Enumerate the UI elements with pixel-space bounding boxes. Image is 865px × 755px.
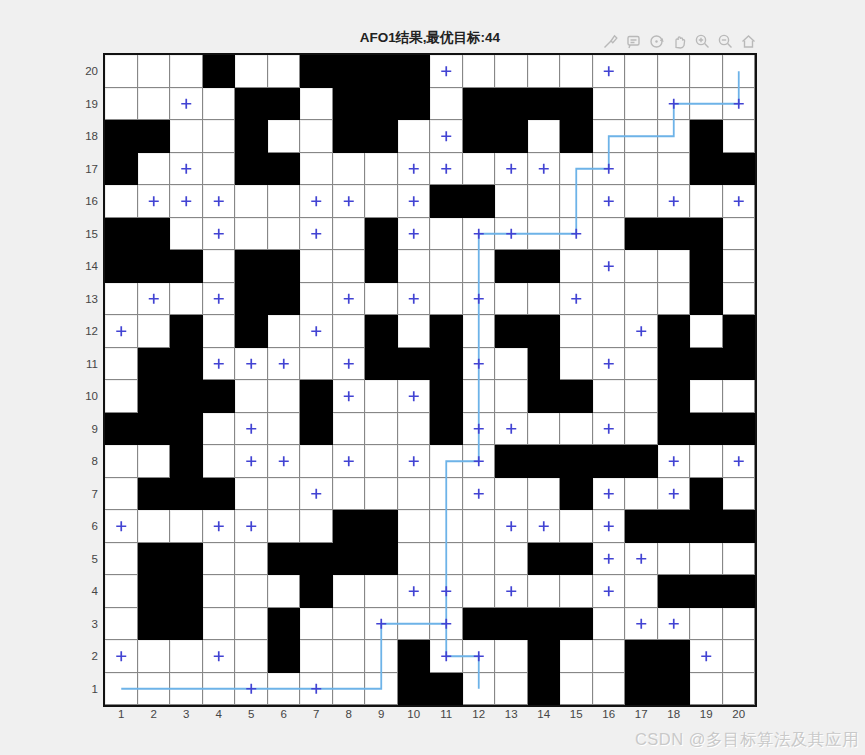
free-cell xyxy=(300,445,333,478)
free-cell xyxy=(658,283,691,316)
free-cell xyxy=(593,380,626,413)
free-cell xyxy=(138,283,171,316)
obstacle-cell xyxy=(463,88,496,121)
home-icon[interactable] xyxy=(739,32,757,50)
free-cell xyxy=(593,55,626,88)
obstacle-cell xyxy=(138,413,171,446)
y-tick-label: 3 xyxy=(52,608,98,641)
free-cell xyxy=(138,315,171,348)
free-cell xyxy=(593,218,626,251)
free-cell xyxy=(528,153,561,186)
free-cell xyxy=(203,250,236,283)
obstacle-cell xyxy=(528,445,561,478)
y-tick-label: 15 xyxy=(52,218,98,251)
free-cell xyxy=(658,445,691,478)
y-tick-label: 1 xyxy=(52,673,98,706)
obstacle-cell xyxy=(170,608,203,641)
free-cell xyxy=(268,348,301,381)
free-cell xyxy=(203,120,236,153)
free-cell xyxy=(268,120,301,153)
obstacle-cell xyxy=(300,543,333,576)
obstacle-cell xyxy=(300,380,333,413)
free-cell xyxy=(333,575,366,608)
obstacle-cell xyxy=(300,55,333,88)
free-cell xyxy=(463,445,496,478)
free-cell xyxy=(495,218,528,251)
free-cell xyxy=(333,445,366,478)
free-cell xyxy=(463,315,496,348)
y-tick-label: 8 xyxy=(52,445,98,478)
free-cell xyxy=(593,153,626,186)
obstacle-cell xyxy=(658,510,691,543)
y-tick-label: 10 xyxy=(52,380,98,413)
free-cell xyxy=(170,55,203,88)
free-cell xyxy=(560,283,593,316)
free-cell xyxy=(105,55,138,88)
y-tick-label: 5 xyxy=(52,543,98,576)
obstacle-cell xyxy=(690,283,723,316)
obstacle-cell xyxy=(170,413,203,446)
free-cell xyxy=(495,543,528,576)
free-cell xyxy=(528,510,561,543)
obstacle-cell xyxy=(138,380,171,413)
free-cell xyxy=(365,413,398,446)
free-cell xyxy=(398,315,431,348)
free-cell xyxy=(235,608,268,641)
obstacle-cell xyxy=(365,510,398,543)
y-tick-label: 17 xyxy=(52,153,98,186)
obstacle-cell xyxy=(398,640,431,673)
obstacle-cell xyxy=(333,120,366,153)
free-cell xyxy=(398,478,431,511)
free-cell xyxy=(625,250,658,283)
free-cell xyxy=(300,218,333,251)
obstacle-cell xyxy=(625,510,658,543)
free-cell xyxy=(138,55,171,88)
obstacle-cell xyxy=(365,88,398,121)
obstacle-cell xyxy=(170,380,203,413)
free-cell xyxy=(658,478,691,511)
free-cell xyxy=(105,315,138,348)
free-cell xyxy=(560,153,593,186)
obstacle-cell xyxy=(528,88,561,121)
obstacle-cell xyxy=(300,575,333,608)
free-cell xyxy=(235,673,268,706)
free-cell xyxy=(723,445,756,478)
obstacle-cell xyxy=(170,575,203,608)
free-cell xyxy=(593,510,626,543)
obstacle-cell xyxy=(430,315,463,348)
free-cell xyxy=(690,445,723,478)
free-cell xyxy=(333,348,366,381)
free-cell xyxy=(268,218,301,251)
free-cell xyxy=(625,380,658,413)
obstacle-cell xyxy=(268,543,301,576)
obstacle-cell xyxy=(398,348,431,381)
free-cell xyxy=(723,543,756,576)
free-cell xyxy=(268,315,301,348)
x-tick-label: 7 xyxy=(300,708,333,720)
free-cell xyxy=(105,673,138,706)
y-tick-label: 19 xyxy=(52,88,98,121)
x-tick-label: 10 xyxy=(398,708,431,720)
x-tick-label: 18 xyxy=(658,708,691,720)
zoom-in-icon[interactable] xyxy=(693,32,711,50)
free-cell xyxy=(138,510,171,543)
free-cell xyxy=(300,250,333,283)
x-tick-label: 3 xyxy=(170,708,203,720)
free-cell xyxy=(300,120,333,153)
free-cell xyxy=(495,413,528,446)
free-cell xyxy=(625,413,658,446)
free-cell xyxy=(300,88,333,121)
free-cell xyxy=(430,640,463,673)
free-cell xyxy=(690,315,723,348)
free-cell xyxy=(203,673,236,706)
free-cell xyxy=(593,185,626,218)
free-cell xyxy=(105,88,138,121)
free-cell xyxy=(365,380,398,413)
obstacle-cell xyxy=(430,348,463,381)
obstacle-cell xyxy=(365,543,398,576)
obstacle-cell xyxy=(170,250,203,283)
obstacle-cell xyxy=(203,478,236,511)
free-cell xyxy=(105,380,138,413)
free-cell xyxy=(430,478,463,511)
free-cell xyxy=(333,608,366,641)
free-cell xyxy=(398,608,431,641)
free-cell xyxy=(235,348,268,381)
free-cell xyxy=(365,185,398,218)
y-tick-label: 7 xyxy=(52,478,98,511)
obstacle-cell xyxy=(495,88,528,121)
free-cell xyxy=(560,315,593,348)
y-tick-label: 9 xyxy=(52,413,98,446)
x-tick-label: 17 xyxy=(625,708,658,720)
obstacle-cell xyxy=(105,153,138,186)
obstacle-cell xyxy=(365,250,398,283)
obstacle-cell xyxy=(495,445,528,478)
obstacle-cell xyxy=(138,575,171,608)
axes-toolbar xyxy=(601,31,757,51)
free-cell xyxy=(365,673,398,706)
free-cell xyxy=(593,315,626,348)
free-cell xyxy=(625,575,658,608)
free-cell xyxy=(105,283,138,316)
free-cell xyxy=(203,543,236,576)
obstacle-cell xyxy=(690,413,723,446)
obstacle-cell xyxy=(105,413,138,446)
free-cell xyxy=(495,55,528,88)
free-cell xyxy=(528,575,561,608)
y-tick-label: 12 xyxy=(52,315,98,348)
free-cell xyxy=(463,283,496,316)
free-cell xyxy=(300,510,333,543)
obstacle-cell xyxy=(430,413,463,446)
free-cell xyxy=(203,608,236,641)
free-cell xyxy=(495,510,528,543)
obstacle-cell xyxy=(560,478,593,511)
free-cell xyxy=(268,478,301,511)
free-cell xyxy=(593,478,626,511)
free-cell xyxy=(398,283,431,316)
obstacle-cell xyxy=(528,348,561,381)
free-cell xyxy=(723,283,756,316)
free-cell xyxy=(495,185,528,218)
free-cell xyxy=(593,575,626,608)
obstacle-cell xyxy=(528,315,561,348)
obstacle-cell xyxy=(528,673,561,706)
obstacle-cell xyxy=(365,218,398,251)
free-cell xyxy=(593,120,626,153)
free-cell xyxy=(398,218,431,251)
free-cell xyxy=(658,185,691,218)
free-cell xyxy=(398,250,431,283)
free-cell xyxy=(658,608,691,641)
obstacle-cell xyxy=(430,673,463,706)
obstacle-cell xyxy=(723,315,756,348)
free-cell xyxy=(495,380,528,413)
free-cell xyxy=(560,55,593,88)
x-tick-label: 19 xyxy=(690,708,723,720)
obstacle-cell xyxy=(625,673,658,706)
free-cell xyxy=(723,673,756,706)
free-cell xyxy=(430,250,463,283)
obstacle-cell xyxy=(170,445,203,478)
free-cell xyxy=(528,55,561,88)
obstacle-cell xyxy=(268,640,301,673)
free-cell xyxy=(625,283,658,316)
obstacle-cell xyxy=(690,250,723,283)
free-cell xyxy=(105,608,138,641)
free-cell xyxy=(690,88,723,121)
obstacle-cell xyxy=(658,575,691,608)
obstacle-cell xyxy=(625,640,658,673)
free-cell xyxy=(723,55,756,88)
free-cell xyxy=(235,413,268,446)
free-cell xyxy=(138,88,171,121)
free-cell xyxy=(593,250,626,283)
free-cell xyxy=(398,413,431,446)
free-cell xyxy=(560,640,593,673)
obstacle-cell xyxy=(723,575,756,608)
obstacle-cell xyxy=(398,673,431,706)
free-cell xyxy=(333,673,366,706)
obstacle-cell xyxy=(593,445,626,478)
free-cell xyxy=(203,153,236,186)
obstacle-cell xyxy=(268,153,301,186)
free-cell xyxy=(625,608,658,641)
free-cell xyxy=(365,608,398,641)
obstacle-cell xyxy=(560,608,593,641)
free-cell xyxy=(300,478,333,511)
free-cell xyxy=(430,218,463,251)
free-cell xyxy=(430,120,463,153)
free-cell xyxy=(690,673,723,706)
free-cell xyxy=(463,413,496,446)
obstacle-cell xyxy=(398,55,431,88)
obstacle-cell xyxy=(203,380,236,413)
free-cell xyxy=(495,348,528,381)
obstacle-cell xyxy=(690,348,723,381)
free-cell xyxy=(170,510,203,543)
x-tick-label: 15 xyxy=(560,708,593,720)
free-cell xyxy=(138,153,171,186)
free-cell xyxy=(560,218,593,251)
obstacle-cell xyxy=(138,250,171,283)
free-cell xyxy=(268,445,301,478)
free-cell xyxy=(203,445,236,478)
obstacle-cell xyxy=(138,543,171,576)
free-cell xyxy=(560,413,593,446)
free-cell xyxy=(138,673,171,706)
obstacle-cell xyxy=(430,380,463,413)
free-cell xyxy=(300,673,333,706)
obstacle-cell xyxy=(658,315,691,348)
free-cell xyxy=(723,608,756,641)
obstacle-cell xyxy=(170,543,203,576)
free-cell xyxy=(430,55,463,88)
free-cell xyxy=(463,543,496,576)
obstacle-cell xyxy=(365,55,398,88)
obstacle-cell xyxy=(138,120,171,153)
free-cell xyxy=(365,640,398,673)
zoom-out-icon[interactable] xyxy=(716,32,734,50)
free-cell xyxy=(300,315,333,348)
obstacle-cell xyxy=(365,348,398,381)
free-cell xyxy=(625,120,658,153)
free-cell xyxy=(203,348,236,381)
free-cell xyxy=(625,543,658,576)
obstacle-cell xyxy=(560,88,593,121)
free-cell xyxy=(333,315,366,348)
free-cell xyxy=(268,185,301,218)
free-cell xyxy=(625,185,658,218)
y-axis: 2019181716151413121110987654321 xyxy=(52,55,98,705)
obstacle-cell xyxy=(365,120,398,153)
free-cell xyxy=(658,120,691,153)
obstacle-cell xyxy=(300,413,333,446)
x-tick-label: 8 xyxy=(333,708,366,720)
obstacle-cell xyxy=(235,250,268,283)
free-cell xyxy=(593,673,626,706)
free-cell xyxy=(235,55,268,88)
free-cell xyxy=(398,153,431,186)
free-cell xyxy=(105,640,138,673)
watermark: CSDN @多目标算法及其应用 xyxy=(635,729,859,751)
obstacle-cell xyxy=(560,445,593,478)
free-cell xyxy=(723,640,756,673)
free-cell xyxy=(398,510,431,543)
obstacle-cell xyxy=(333,543,366,576)
free-cell xyxy=(398,543,431,576)
free-cell xyxy=(495,575,528,608)
free-cell xyxy=(170,153,203,186)
rotate-icon[interactable] xyxy=(647,32,665,50)
free-cell xyxy=(593,608,626,641)
free-cell xyxy=(658,88,691,121)
obstacle-cell xyxy=(170,315,203,348)
obstacle-cell xyxy=(463,185,496,218)
free-cell xyxy=(723,88,756,121)
brush-icon[interactable] xyxy=(601,32,619,50)
free-cell xyxy=(430,510,463,543)
x-tick-label: 5 xyxy=(235,708,268,720)
free-cell xyxy=(463,250,496,283)
obstacle-cell xyxy=(560,543,593,576)
obstacle-cell xyxy=(658,413,691,446)
free-cell xyxy=(365,478,398,511)
x-tick-label: 16 xyxy=(593,708,626,720)
free-cell xyxy=(625,153,658,186)
free-cell xyxy=(495,153,528,186)
obstacle-cell xyxy=(235,283,268,316)
obstacle-cell xyxy=(723,348,756,381)
obstacle-cell xyxy=(625,218,658,251)
free-cell xyxy=(235,185,268,218)
free-cell xyxy=(268,673,301,706)
free-cell xyxy=(170,640,203,673)
y-tick-label: 20 xyxy=(52,55,98,88)
obstacle-cell xyxy=(560,380,593,413)
free-cell xyxy=(723,120,756,153)
free-cell xyxy=(105,575,138,608)
obstacle-cell xyxy=(170,478,203,511)
free-cell xyxy=(333,478,366,511)
obstacle-cell xyxy=(723,510,756,543)
obstacle-cell xyxy=(235,153,268,186)
obstacle-cell xyxy=(235,88,268,121)
obstacle-cell xyxy=(138,348,171,381)
obstacle-cell xyxy=(105,120,138,153)
obstacle-cell xyxy=(463,608,496,641)
free-cell xyxy=(203,88,236,121)
free-cell xyxy=(398,380,431,413)
free-cell xyxy=(625,315,658,348)
y-tick-label: 16 xyxy=(52,185,98,218)
obstacle-cell xyxy=(560,120,593,153)
free-cell xyxy=(105,478,138,511)
free-cell xyxy=(463,153,496,186)
obstacle-cell xyxy=(690,478,723,511)
free-cell xyxy=(333,153,366,186)
y-tick-label: 14 xyxy=(52,250,98,283)
free-cell xyxy=(105,543,138,576)
free-cell xyxy=(593,640,626,673)
occupancy-grid xyxy=(103,53,757,707)
free-cell xyxy=(463,348,496,381)
datatip-icon[interactable] xyxy=(624,32,642,50)
free-cell xyxy=(463,218,496,251)
free-cell xyxy=(203,640,236,673)
free-cell xyxy=(430,575,463,608)
free-cell xyxy=(170,185,203,218)
obstacle-cell xyxy=(495,315,528,348)
free-cell xyxy=(365,445,398,478)
free-cell xyxy=(723,185,756,218)
pan-icon[interactable] xyxy=(670,32,688,50)
obstacle-cell xyxy=(690,120,723,153)
free-cell xyxy=(333,250,366,283)
free-cell xyxy=(495,478,528,511)
x-tick-label: 9 xyxy=(365,708,398,720)
free-cell xyxy=(300,185,333,218)
free-cell xyxy=(495,283,528,316)
obstacle-cell xyxy=(463,120,496,153)
free-cell xyxy=(690,55,723,88)
free-cell xyxy=(170,218,203,251)
obstacle-cell xyxy=(333,510,366,543)
